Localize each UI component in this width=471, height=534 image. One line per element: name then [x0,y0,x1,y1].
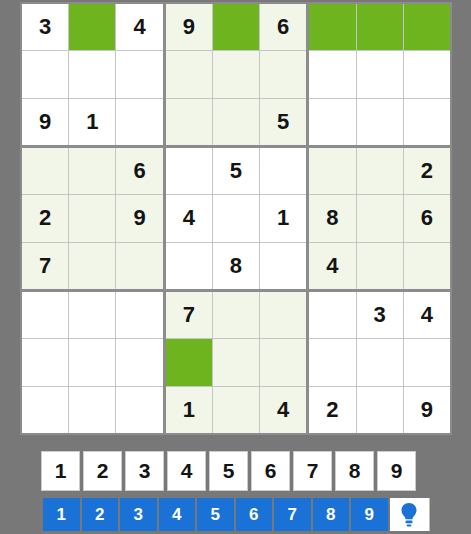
cell-r9c4[interactable]: 1 [166,387,212,433]
cell-r1c6[interactable]: 6 [260,4,306,50]
cell-r1c9[interactable] [404,4,450,50]
box-7 [22,292,163,433]
entry-button-2[interactable]: 2 [82,498,119,531]
entry-button-8[interactable]: 8 [313,498,350,531]
cell-r7c8[interactable]: 3 [357,292,403,338]
cell-r7c1[interactable] [22,292,68,338]
box-1: 3491 [22,4,163,145]
cell-r1c7[interactable] [309,4,355,50]
cell-r4c9[interactable]: 2 [404,148,450,194]
keypad-button-9[interactable]: 9 [377,451,416,491]
box-3 [309,4,450,145]
cell-r3c8[interactable] [357,99,403,145]
cell-r6c7[interactable]: 4 [309,243,355,289]
cell-r8c2[interactable] [69,339,115,385]
cell-r8c4[interactable] [166,339,212,385]
cell-r9c1[interactable] [22,387,68,433]
cell-r2c3[interactable] [116,51,162,97]
cell-r6c9[interactable] [404,243,450,289]
cell-r1c4[interactable]: 9 [166,4,212,50]
box-5: 5418 [166,148,307,289]
cell-r3c3[interactable] [116,99,162,145]
cell-r2c2[interactable] [69,51,115,97]
entry-button-7[interactable]: 7 [274,498,311,531]
cell-r1c3[interactable]: 4 [116,4,162,50]
cell-r6c4[interactable] [166,243,212,289]
hint-button[interactable] [390,498,430,531]
cell-r7c5[interactable] [213,292,259,338]
cell-r4c6[interactable] [260,148,306,194]
cell-r8c7[interactable] [309,339,355,385]
cell-r9c8[interactable] [357,387,403,433]
cell-r3c5[interactable] [213,99,259,145]
box-6: 2864 [309,148,450,289]
cell-r5c9[interactable]: 6 [404,195,450,241]
cell-r7c3[interactable] [116,292,162,338]
keypad-button-1[interactable]: 1 [41,451,80,491]
cell-r4c1[interactable] [22,148,68,194]
cell-r8c9[interactable] [404,339,450,385]
cell-r2c4[interactable] [166,51,212,97]
cell-r2c9[interactable] [404,51,450,97]
box-2: 965 [166,4,307,145]
cell-r4c4[interactable] [166,148,212,194]
cell-r5c5[interactable] [213,195,259,241]
entry-button-9[interactable]: 9 [351,498,388,531]
keypad-button-2[interactable]: 2 [83,451,122,491]
entry-row: 123456789 [43,498,430,531]
cell-r1c5[interactable] [213,4,259,50]
cell-r4c5[interactable]: 5 [213,148,259,194]
cell-r9c2[interactable] [69,387,115,433]
cell-r7c9[interactable]: 4 [404,292,450,338]
cell-r5c4[interactable]: 4 [166,195,212,241]
entry-button-5[interactable]: 5 [197,498,234,531]
box-4: 6297 [22,148,163,289]
keypad-button-6[interactable]: 6 [251,451,290,491]
keypad-button-4[interactable]: 4 [167,451,206,491]
entry-button-4[interactable]: 4 [159,498,196,531]
cell-r2c8[interactable] [357,51,403,97]
cell-r4c2[interactable] [69,148,115,194]
entry-button-3[interactable]: 3 [120,498,157,531]
cell-r9c5[interactable] [213,387,259,433]
keypad-button-3[interactable]: 3 [125,451,164,491]
entry-button-6[interactable]: 6 [236,498,273,531]
keypad-button-5[interactable]: 5 [209,451,248,491]
cell-r2c6[interactable] [260,51,306,97]
cell-r3c6[interactable]: 5 [260,99,306,145]
cell-r6c5[interactable]: 8 [213,243,259,289]
cell-r5c7[interactable]: 8 [309,195,355,241]
cell-r8c1[interactable] [22,339,68,385]
cell-r4c3[interactable]: 6 [116,148,162,194]
cell-r3c1[interactable]: 9 [22,99,68,145]
cell-r6c6[interactable] [260,243,306,289]
cell-r8c5[interactable] [213,339,259,385]
box-9: 3429 [309,292,450,433]
cell-r1c1[interactable]: 3 [22,4,68,50]
cell-r7c2[interactable] [69,292,115,338]
sudoku-board: 34919656297541828647143429 [20,2,452,435]
cell-r5c1[interactable]: 2 [22,195,68,241]
cell-r1c8[interactable] [357,4,403,50]
cell-r6c1[interactable]: 7 [22,243,68,289]
cell-r3c9[interactable] [404,99,450,145]
cell-r8c3[interactable] [116,339,162,385]
cell-r7c6[interactable] [260,292,306,338]
keypad-button-7[interactable]: 7 [293,451,332,491]
entry-button-1[interactable]: 1 [43,498,80,531]
cell-r5c2[interactable] [69,195,115,241]
cell-r4c7[interactable] [309,148,355,194]
cell-r8c8[interactable] [357,339,403,385]
cell-r5c8[interactable] [357,195,403,241]
box-8: 714 [166,292,307,433]
cell-r2c1[interactable] [22,51,68,97]
keypad-button-8[interactable]: 8 [335,451,374,491]
cell-r3c2[interactable]: 1 [69,99,115,145]
sudoku-app: 34919656297541828647143429 123456789 123… [0,0,471,534]
cell-r5c3[interactable]: 9 [116,195,162,241]
cell-r9c7[interactable]: 2 [309,387,355,433]
cell-r6c3[interactable] [116,243,162,289]
cell-r9c9[interactable]: 9 [404,387,450,433]
keypad-row: 123456789 [41,451,416,491]
lightbulb-icon [399,502,419,528]
cell-r4c8[interactable] [357,148,403,194]
cell-r9c3[interactable] [116,387,162,433]
cell-r2c5[interactable] [213,51,259,97]
cell-r8c6[interactable] [260,339,306,385]
cell-r3c4[interactable] [166,99,212,145]
cell-r5c6[interactable]: 1 [260,195,306,241]
cell-r7c7[interactable] [309,292,355,338]
cell-r9c6[interactable]: 4 [260,387,306,433]
cell-r3c7[interactable] [309,99,355,145]
cell-r7c4[interactable]: 7 [166,292,212,338]
cell-r1c2[interactable] [69,4,115,50]
cell-r6c2[interactable] [69,243,115,289]
cell-r2c7[interactable] [309,51,355,97]
cell-r6c8[interactable] [357,243,403,289]
